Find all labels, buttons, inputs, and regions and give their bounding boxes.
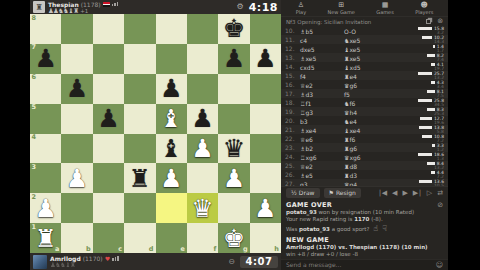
square-e7[interactable] — [156, 44, 187, 74]
piece-black-R[interactable]: ♜ — [124, 163, 155, 193]
own-info: Amrllogd (1170) ♥ ♟♞♞♝♜ — [50, 255, 119, 268]
square-f1[interactable]: f — [187, 223, 218, 253]
move-row: 13.♗xe5♜xe58.27.4 — [281, 53, 448, 62]
square-e8[interactable] — [156, 14, 187, 44]
square-h4[interactable] — [250, 134, 281, 164]
piece-black-P[interactable]: ♟ — [250, 44, 281, 74]
chat-input-placeholder[interactable]: Send a message... — [286, 261, 341, 268]
square-h6[interactable] — [250, 74, 281, 104]
square-b7[interactable] — [61, 44, 92, 74]
square-d6[interactable] — [124, 74, 155, 104]
square-g3[interactable]: ♟ — [218, 163, 249, 193]
square-c6[interactable] — [93, 74, 124, 104]
square-c2[interactable] — [93, 193, 124, 223]
square-c3[interactable] — [93, 163, 124, 193]
piece-black-B[interactable]: ♝ — [156, 134, 187, 164]
square-d5[interactable] — [124, 104, 155, 134]
game-over-title: GAME OVER — [286, 201, 332, 209]
own-player-bar: Amrllogd (1170) ♥ ♟♞♞♝♜ ⊖ 4:07 — [30, 253, 281, 270]
own-captured-tray: ♟♞♞♝♜ — [50, 262, 119, 268]
square-e4[interactable]: ♝ — [156, 134, 187, 164]
move-number: 12. — [285, 45, 298, 52]
heart-badge-icon: ♥ — [105, 256, 110, 261]
piece-black-P[interactable]: ♟ — [156, 74, 187, 104]
rank-label-5: 5 — [32, 104, 37, 111]
move-number: 22. — [285, 135, 298, 142]
move-row: 14.cxd5♝xd54.119.7 — [281, 62, 448, 71]
piece-white-P[interactable]: ♟ — [61, 163, 92, 193]
file-label-b: b — [86, 246, 91, 253]
emoji-icon[interactable]: ☺ — [436, 261, 443, 269]
move-times: 3.31.2 — [432, 144, 444, 152]
thumbs-up-icon[interactable]: ☝ — [373, 225, 378, 233]
move-times: 1.41.7 — [433, 45, 444, 53]
square-c8[interactable] — [93, 14, 124, 44]
square-f8[interactable] — [187, 14, 218, 44]
square-a8[interactable]: 8 — [30, 14, 61, 44]
black-move[interactable]: ♛h4 — [342, 108, 382, 115]
move-row: 11.c4♞xe510.214.3 — [281, 35, 448, 44]
move-list[interactable]: 10.♗b5O-O15.83.211.c4♞xe510.214.312.dxe5… — [281, 26, 448, 186]
piece-white-P[interactable]: ♟ — [250, 193, 281, 223]
move-number: 25. — [285, 162, 298, 169]
move-row: 19.♖g3♛h48.325.3 — [281, 107, 448, 116]
move-row: 16.♕e2♛g64.33.4 — [281, 80, 448, 89]
move-times: 4.47.2 — [431, 171, 444, 179]
first-move-icon[interactable]: ∣◀ — [378, 190, 387, 197]
own-rating: (1170) — [83, 255, 103, 262]
square-g4[interactable]: ♛ — [218, 134, 249, 164]
piece-black-P[interactable]: ♟ — [187, 104, 218, 134]
autoplay-icon[interactable]: ▷ — [427, 190, 432, 197]
rank-label-3: 3 — [32, 164, 37, 171]
square-e2[interactable] — [156, 193, 187, 223]
black-move[interactable]: ♜f6 — [342, 135, 382, 142]
rank-label-2: 2 — [32, 194, 37, 201]
new-game-pairing: Amrllogd (1170) vs. Thespian (1178) (10 … — [286, 244, 428, 250]
white-move[interactable]: ♗d3 — [298, 90, 342, 97]
rank-label-6: 6 — [32, 74, 37, 81]
panel-tabs: ♙Play⊞New Game▦Games☻Players — [281, 0, 448, 16]
resign-flag-icon: ⚑ — [329, 190, 334, 196]
square-e6[interactable]: ♟ — [156, 74, 187, 104]
side-panel: ♙Play⊞New Game▦Games☻Players Nf3 Opening… — [281, 0, 448, 270]
white-move[interactable]: ♗xe4 — [298, 126, 342, 133]
move-number: 18. — [285, 99, 298, 106]
opponent-flag-icon — [103, 2, 110, 7]
black-move[interactable]: ♜d8 — [342, 162, 382, 169]
opponent-captured-tray: ♟♟♞♞♝♜+1 — [48, 8, 118, 14]
move-times: 4.33.4 — [431, 81, 444, 89]
square-f4[interactable]: ♟ — [187, 134, 218, 164]
move-number: 13. — [285, 54, 298, 61]
square-h8[interactable] — [250, 14, 281, 44]
close-icon[interactable]: ⊗ — [437, 18, 443, 25]
black-move[interactable]: O-O — [342, 27, 382, 34]
move-row: 23.♗b2♜g63.31.2 — [281, 143, 448, 152]
next-move-icon[interactable]: ▶ — [402, 190, 407, 197]
black-move[interactable]: ♜g6 — [342, 144, 382, 151]
move-times: 18.61.3 — [418, 153, 444, 161]
file-label-a: a — [55, 246, 59, 253]
resign-button[interactable]: ⚑ Resign — [324, 188, 361, 198]
white-move[interactable]: ♗e5 — [298, 171, 342, 178]
opponent-info: Thespian (1178) ♟♟♞♞♝♜+1 — [48, 1, 118, 14]
square-g7[interactable]: ♟ — [218, 44, 249, 74]
rank-label-7: 7 — [32, 44, 37, 51]
copy-pgn-icon[interactable] — [426, 19, 431, 24]
square-d1[interactable]: d — [124, 223, 155, 253]
square-a3[interactable]: 3 — [30, 163, 61, 193]
move-number: 16. — [285, 81, 298, 88]
opponent-connection-icon — [112, 2, 119, 7]
move-number: 19. — [285, 108, 298, 115]
own-avatar[interactable] — [33, 255, 47, 269]
square-d2[interactable] — [124, 193, 155, 223]
black-move[interactable]: ♞xe5 — [342, 36, 382, 43]
square-d3[interactable]: ♜ — [124, 163, 155, 193]
move-row: 18.♖f1♞f625.834.5 — [281, 98, 448, 107]
black-move[interactable]: ♛g6 — [342, 81, 382, 88]
mute-chat-icon[interactable]: ⊘ — [437, 201, 443, 209]
move-number: 20. — [285, 117, 298, 124]
move-number: 15. — [285, 72, 298, 79]
move-number: 26. — [285, 171, 298, 178]
rank-label-1: 1 — [32, 224, 37, 231]
square-a7[interactable]: ♟7 — [30, 44, 61, 74]
square-f6[interactable] — [187, 74, 218, 104]
square-e3[interactable]: ♟ — [156, 163, 187, 193]
square-c1[interactable]: c — [93, 223, 124, 253]
file-label-h: h — [274, 246, 279, 253]
square-c7[interactable] — [93, 44, 124, 74]
move-row: 20.b3♞e412.719.6 — [281, 116, 448, 125]
square-g6[interactable] — [218, 74, 249, 104]
move-times: 8.27.4 — [427, 54, 444, 62]
move-row: 17.♗d3f58.17.5 — [281, 89, 448, 98]
square-b5[interactable] — [61, 104, 92, 134]
black-move[interactable]: ♛xg6 — [342, 153, 382, 160]
white-move[interactable]: ♕e2 — [298, 162, 342, 169]
move-row: 26.♗e5♜d34.47.2 — [281, 170, 448, 179]
square-f5[interactable]: ♟ — [187, 104, 218, 134]
black-move[interactable]: ♝xd5 — [342, 63, 382, 70]
file-label-c: c — [118, 246, 122, 253]
white-move[interactable]: dxe5 — [298, 45, 342, 52]
file-label-g: g — [243, 246, 248, 253]
square-h3[interactable] — [250, 163, 281, 193]
good-sport-row: Was potato_93 a good sport? ☝ ☟ — [286, 225, 443, 233]
square-a6[interactable]: 6 — [30, 74, 61, 104]
square-c5[interactable]: ♟ — [93, 104, 124, 134]
piece-black-P[interactable]: ♟ — [218, 44, 249, 74]
chat-bar[interactable]: Send a message... ☺ — [281, 259, 448, 270]
piece-black-P[interactable]: ♟ — [61, 74, 92, 104]
square-a4[interactable]: 4 — [30, 134, 61, 164]
square-g1[interactable]: ♚g — [218, 223, 249, 253]
square-b2[interactable] — [61, 193, 92, 223]
move-row: 22.♕e6♜f610.87.2 — [281, 134, 448, 143]
tab-games[interactable]: ▦Games — [376, 2, 394, 15]
white-move[interactable]: f4 — [298, 72, 342, 79]
move-times: 13.85.8 — [419, 126, 444, 134]
black-move[interactable]: ♝xe4 — [342, 126, 382, 133]
file-label-e: e — [180, 246, 184, 253]
black-move[interactable]: ♜xe5 — [342, 54, 382, 61]
move-times: 25.834.5 — [418, 99, 444, 107]
result-line: potato_93 won by resignation (10 min Rat… — [286, 209, 443, 216]
thumbs-down-icon[interactable]: ☟ — [382, 225, 387, 233]
white-move[interactable]: cxd5 — [298, 63, 342, 70]
rank-label-8: 8 — [32, 15, 37, 22]
square-b3[interactable]: ♟ — [61, 163, 92, 193]
square-d8[interactable] — [124, 14, 155, 44]
move-times: 4.119.7 — [431, 63, 444, 71]
settings-icon[interactable]: ⚙ — [236, 3, 243, 11]
file-label-f: f — [213, 246, 216, 253]
square-a2[interactable]: ♟2 — [30, 193, 61, 223]
white-move[interactable]: ♕e6 — [298, 135, 342, 142]
move-number: 17. — [285, 90, 298, 97]
new-game-stakes: win +8 / draw +0 / lose -8 — [286, 251, 443, 258]
tab-play[interactable]: ♙Play — [296, 2, 306, 15]
tab-players[interactable]: ☻Players — [415, 2, 433, 15]
move-number: 23. — [285, 144, 298, 151]
opponent-clock: 4:18 — [249, 1, 278, 14]
piece-white-P[interactable]: ♟ — [156, 163, 187, 193]
move-times: 25.713.2 — [418, 72, 444, 80]
black-move[interactable]: ♞f6 — [342, 99, 382, 106]
rank-label-4: 4 — [32, 134, 37, 141]
square-b6[interactable]: ♟ — [61, 74, 92, 104]
square-a1[interactable]: ♜1a — [30, 223, 61, 253]
piece-white-P[interactable]: ♟ — [218, 163, 249, 193]
move-number: 14. — [285, 63, 298, 70]
square-h1[interactable]: h — [250, 223, 281, 253]
square-d7[interactable] — [124, 44, 155, 74]
white-move[interactable]: ♗xe5 — [298, 54, 342, 61]
square-f3[interactable] — [187, 163, 218, 193]
chess-board[interactable]: 8♚♟7♟♟6♟♟5♟♝♟4♝♟♛3♟♜♟♟♟2♛♟♜1abcdef♚gh — [30, 14, 281, 253]
chesscom-app-window: ♜ Thespian (1178) ♟♟♞♞♝♜+1 ⚙ 4:18 8♚♟7♟♟… — [30, 0, 448, 270]
own-connection-icon — [112, 256, 119, 261]
move-number: 21. — [285, 126, 298, 133]
move-times: 15.83.2 — [418, 27, 444, 35]
new-game-section: NEW GAME Amrllogd (1170) vs. Thespian (1… — [281, 234, 448, 259]
own-clock: 4:07 — [240, 256, 278, 268]
white-move[interactable]: b3 — [298, 117, 342, 124]
black-move[interactable]: ♜d3 — [342, 171, 382, 178]
square-g5[interactable] — [218, 104, 249, 134]
square-f2[interactable]: ♛ — [187, 193, 218, 223]
opponent-avatar[interactable]: ♜ — [33, 1, 45, 13]
white-move[interactable]: ♗b5 — [298, 27, 342, 34]
square-f7[interactable] — [187, 44, 218, 74]
move-times: 8.325.3 — [427, 108, 444, 116]
move-times: 13.610.5 — [419, 180, 444, 187]
white-move[interactable]: ♖f1 — [298, 99, 342, 106]
square-b4[interactable] — [61, 134, 92, 164]
piece-black-Q[interactable]: ♛ — [218, 134, 249, 164]
piece-white-B[interactable]: ♝ — [156, 104, 187, 134]
move-times: 12.719.6 — [420, 117, 444, 125]
last-move-icon[interactable]: ▶∣ — [413, 190, 422, 197]
opening-row: Nf3 Opening: Sicilian Invitation ⊗ — [281, 16, 448, 26]
opponent-rating: (1178) — [81, 1, 101, 8]
square-b8[interactable] — [61, 14, 92, 44]
black-move[interactable]: f5 — [342, 90, 382, 97]
square-e5[interactable]: ♝ — [156, 104, 187, 134]
move-times: 10.87.2 — [422, 135, 444, 143]
move-row: 21.♗xe4♝xe413.85.8 — [281, 125, 448, 134]
piece-black-P[interactable]: ♟ — [93, 104, 124, 134]
half-point-icon: ½ — [291, 190, 297, 196]
move-row: 25.♕e2♜d88.413.2 — [281, 161, 448, 170]
black-move[interactable]: ♝xe5 — [342, 45, 382, 52]
move-times: 10.214.3 — [422, 36, 444, 44]
white-move[interactable]: c4 — [298, 36, 342, 43]
white-move[interactable]: ♖g3 — [298, 108, 342, 115]
white-move[interactable]: ♖xg6 — [298, 153, 342, 160]
move-row: 12.dxe5♝xe51.41.7 — [281, 44, 448, 53]
new-game-title: NEW GAME — [286, 236, 443, 244]
move-number: 10. — [285, 27, 298, 34]
square-h5[interactable] — [250, 104, 281, 134]
game-over-section: GAME OVER ⊘ potato_93 won by resignation… — [281, 199, 448, 234]
rating-line: Your new Rapid rating is 1170 (-8). — [286, 216, 443, 223]
move-number: 24. — [285, 153, 298, 160]
square-h2[interactable]: ♟ — [250, 193, 281, 223]
opening-name: Nf3 Opening: Sicilian Invitation — [286, 19, 371, 25]
black-move[interactable]: ♜e4 — [342, 72, 382, 79]
draw-button[interactable]: ½ Draw — [286, 188, 320, 198]
square-e1[interactable]: e — [156, 223, 187, 253]
white-move[interactable]: ♗b2 — [298, 144, 342, 151]
square-h7[interactable]: ♟ — [250, 44, 281, 74]
square-g2[interactable] — [218, 193, 249, 223]
square-g8[interactable]: ♚ — [218, 14, 249, 44]
square-b1[interactable]: b — [61, 223, 92, 253]
zoom-out-icon[interactable]: ⊖ — [228, 258, 235, 266]
move-row: 24.♖xg6♛xg618.61.3 — [281, 152, 448, 161]
move-times: 8.17.5 — [427, 90, 444, 98]
prev-move-icon[interactable]: ◀ — [392, 190, 397, 197]
black-move[interactable]: ♞e4 — [342, 117, 382, 124]
white-move[interactable]: ♕e2 — [298, 81, 342, 88]
game-controls: ½ Draw ⚑ Resign ∣◀◀▶▶∣▷⇄ — [281, 186, 448, 198]
move-row: 15.f4♜e425.713.2 — [281, 71, 448, 80]
piece-white-P[interactable]: ♟ — [187, 134, 218, 164]
move-row: 27.g3♛g413.610.5 — [281, 179, 448, 186]
opponent-player-bar: ♜ Thespian (1178) ♟♟♞♞♝♜+1 ⚙ 4:18 — [30, 0, 281, 14]
move-row: 10.♗b5O-O15.83.2 — [281, 26, 448, 35]
piece-white-Q[interactable]: ♛ — [187, 193, 218, 223]
square-c4[interactable] — [93, 134, 124, 164]
file-label-d: d — [149, 246, 154, 253]
move-times: 8.413.2 — [427, 162, 444, 170]
square-d4[interactable] — [124, 134, 155, 164]
flip-board-icon[interactable]: ⇄ — [437, 190, 443, 197]
square-a5[interactable]: 5 — [30, 104, 61, 134]
game-area: ♜ Thespian (1178) ♟♟♞♞♝♜+1 ⚙ 4:18 8♚♟7♟♟… — [30, 0, 281, 270]
piece-black-K[interactable]: ♚ — [218, 14, 249, 44]
move-navigation: ∣◀◀▶▶∣▷⇄ — [378, 190, 443, 197]
move-number: 11. — [285, 36, 298, 43]
tab-new-game[interactable]: ⊞New Game — [328, 2, 355, 15]
